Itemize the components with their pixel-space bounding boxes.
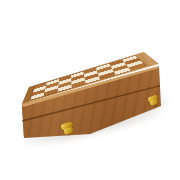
folded-chess-box-photo: [0, 0, 180, 180]
clasp-plate-icon: [149, 99, 158, 106]
clasp-plate-icon: [63, 127, 73, 135]
brass-clasp-right-end: [148, 95, 160, 106]
brass-clasp-front: [61, 122, 75, 135]
